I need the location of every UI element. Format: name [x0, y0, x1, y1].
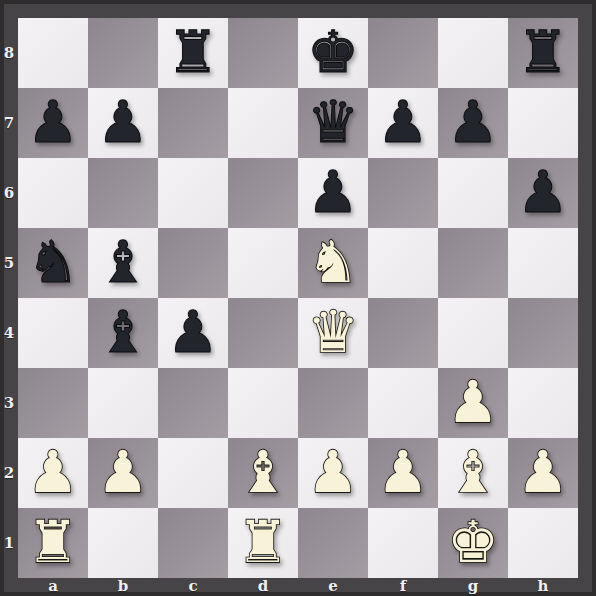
square-c7[interactable]: [158, 88, 228, 158]
square-c2[interactable]: [158, 438, 228, 508]
black-pawn[interactable]: ♟: [158, 298, 228, 368]
square-f4[interactable]: [368, 298, 438, 368]
rank-label-6: 6: [0, 158, 18, 228]
black-pawn[interactable]: ♟: [298, 158, 368, 228]
black-knight[interactable]: ♞: [18, 228, 88, 298]
black-bishop[interactable]: ♝: [88, 298, 158, 368]
white-king[interactable]: ♚: [438, 508, 508, 578]
black-rook[interactable]: ♜: [158, 18, 228, 88]
black-queen[interactable]: ♛: [298, 88, 368, 158]
white-rook[interactable]: ♜: [228, 508, 298, 578]
square-c8[interactable]: ♜: [158, 18, 228, 88]
chess-board: ♜♚♜♟♟♛♟♟♟♟♞♝♞♝♟♛♟♟♟♝♟♟♝♟♜♜♚: [18, 18, 578, 578]
square-g4[interactable]: [438, 298, 508, 368]
square-f8[interactable]: [368, 18, 438, 88]
square-e5[interactable]: ♞: [298, 228, 368, 298]
square-h1[interactable]: [508, 508, 578, 578]
file-label-h: h: [508, 578, 578, 595]
square-c1[interactable]: [158, 508, 228, 578]
square-a5[interactable]: ♞: [18, 228, 88, 298]
square-b4[interactable]: ♝: [88, 298, 158, 368]
square-g3[interactable]: ♟: [438, 368, 508, 438]
square-c3[interactable]: [158, 368, 228, 438]
rank-label-2: 2: [0, 438, 18, 508]
square-f2[interactable]: ♟: [368, 438, 438, 508]
rank-label-8: 8: [0, 18, 18, 88]
chess-board-frame: ♜♚♜♟♟♛♟♟♟♟♞♝♞♝♟♛♟♟♟♝♟♟♝♟♜♜♚ 87654321 abc…: [0, 0, 596, 596]
white-bishop[interactable]: ♝: [438, 438, 508, 508]
rank-label-3: 3: [0, 368, 18, 438]
square-b5[interactable]: ♝: [88, 228, 158, 298]
file-label-g: g: [438, 578, 508, 595]
rank-label-4: 4: [0, 298, 18, 368]
square-f7[interactable]: ♟: [368, 88, 438, 158]
square-b6[interactable]: [88, 158, 158, 228]
square-d5[interactable]: [228, 228, 298, 298]
file-label-a: a: [18, 578, 88, 595]
white-pawn[interactable]: ♟: [18, 438, 88, 508]
square-g1[interactable]: ♚: [438, 508, 508, 578]
square-a2[interactable]: ♟: [18, 438, 88, 508]
file-label-e: e: [298, 578, 368, 595]
black-pawn[interactable]: ♟: [438, 88, 508, 158]
square-g6[interactable]: [438, 158, 508, 228]
square-e3[interactable]: [298, 368, 368, 438]
square-a7[interactable]: ♟: [18, 88, 88, 158]
square-b8[interactable]: [88, 18, 158, 88]
square-a3[interactable]: [18, 368, 88, 438]
square-b3[interactable]: [88, 368, 158, 438]
white-knight[interactable]: ♞: [298, 228, 368, 298]
black-rook[interactable]: ♜: [508, 18, 578, 88]
square-g8[interactable]: [438, 18, 508, 88]
square-a1[interactable]: ♜: [18, 508, 88, 578]
square-d1[interactable]: ♜: [228, 508, 298, 578]
square-d4[interactable]: [228, 298, 298, 368]
square-h5[interactable]: [508, 228, 578, 298]
square-b7[interactable]: ♟: [88, 88, 158, 158]
square-e8[interactable]: ♚: [298, 18, 368, 88]
black-king[interactable]: ♚: [298, 18, 368, 88]
square-h2[interactable]: ♟: [508, 438, 578, 508]
square-g2[interactable]: ♝: [438, 438, 508, 508]
white-bishop[interactable]: ♝: [228, 438, 298, 508]
square-f6[interactable]: [368, 158, 438, 228]
white-pawn[interactable]: ♟: [508, 438, 578, 508]
square-f3[interactable]: [368, 368, 438, 438]
rank-label-7: 7: [0, 88, 18, 158]
white-pawn[interactable]: ♟: [298, 438, 368, 508]
square-g7[interactable]: ♟: [438, 88, 508, 158]
square-f1[interactable]: [368, 508, 438, 578]
square-d7[interactable]: [228, 88, 298, 158]
square-e1[interactable]: [298, 508, 368, 578]
square-b1[interactable]: [88, 508, 158, 578]
square-h4[interactable]: [508, 298, 578, 368]
white-pawn[interactable]: ♟: [368, 438, 438, 508]
white-rook[interactable]: ♜: [18, 508, 88, 578]
white-pawn[interactable]: ♟: [88, 438, 158, 508]
square-d3[interactable]: [228, 368, 298, 438]
black-bishop[interactable]: ♝: [88, 228, 158, 298]
rank-label-1: 1: [0, 508, 18, 578]
square-h7[interactable]: [508, 88, 578, 158]
square-c5[interactable]: [158, 228, 228, 298]
square-e2[interactable]: ♟: [298, 438, 368, 508]
square-b2[interactable]: ♟: [88, 438, 158, 508]
square-a8[interactable]: [18, 18, 88, 88]
black-pawn[interactable]: ♟: [368, 88, 438, 158]
black-pawn[interactable]: ♟: [508, 158, 578, 228]
white-queen[interactable]: ♛: [298, 298, 368, 368]
square-g5[interactable]: [438, 228, 508, 298]
file-label-b: b: [88, 578, 158, 595]
file-label-f: f: [368, 578, 438, 595]
square-e7[interactable]: ♛: [298, 88, 368, 158]
square-a6[interactable]: [18, 158, 88, 228]
square-e4[interactable]: ♛: [298, 298, 368, 368]
square-f5[interactable]: [368, 228, 438, 298]
rank-label-5: 5: [0, 228, 18, 298]
black-pawn[interactable]: ♟: [88, 88, 158, 158]
square-c4[interactable]: ♟: [158, 298, 228, 368]
white-pawn[interactable]: ♟: [438, 368, 508, 438]
square-h3[interactable]: [508, 368, 578, 438]
file-label-c: c: [158, 578, 228, 595]
square-c6[interactable]: [158, 158, 228, 228]
square-h8[interactable]: ♜: [508, 18, 578, 88]
square-d6[interactable]: [228, 158, 298, 228]
file-label-d: d: [228, 578, 298, 595]
square-h6[interactable]: ♟: [508, 158, 578, 228]
square-e6[interactable]: ♟: [298, 158, 368, 228]
black-pawn[interactable]: ♟: [18, 88, 88, 158]
square-d2[interactable]: ♝: [228, 438, 298, 508]
square-a4[interactable]: [18, 298, 88, 368]
square-d8[interactable]: [228, 18, 298, 88]
